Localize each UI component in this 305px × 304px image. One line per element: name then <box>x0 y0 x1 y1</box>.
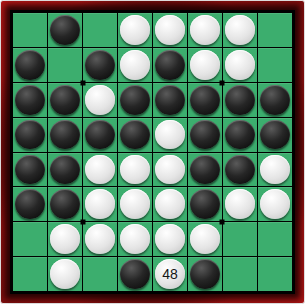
cell-a4[interactable] <box>13 118 47 152</box>
star-point-top-left <box>80 80 85 85</box>
black-disc <box>260 120 290 150</box>
cell-d7[interactable] <box>118 222 152 256</box>
white-disc <box>85 155 115 185</box>
cell-b4[interactable] <box>48 118 82 152</box>
cell-d1[interactable] <box>118 13 152 47</box>
cell-g2[interactable] <box>223 48 257 82</box>
cell-d5[interactable] <box>118 153 152 187</box>
white-disc <box>50 224 80 254</box>
cell-d8[interactable] <box>118 257 152 291</box>
white-disc <box>50 259 80 289</box>
cell-h3[interactable] <box>258 83 292 117</box>
white-disc <box>120 155 150 185</box>
cell-a3[interactable] <box>13 83 47 117</box>
board: 48 <box>10 10 295 294</box>
black-disc <box>190 259 220 289</box>
cell-c5[interactable] <box>83 153 117 187</box>
cell-f8[interactable] <box>188 257 222 291</box>
white-disc <box>225 15 255 45</box>
black-disc <box>120 85 150 115</box>
cell-h5[interactable] <box>258 153 292 187</box>
cell-g8[interactable] <box>223 257 257 291</box>
cell-g1[interactable] <box>223 13 257 47</box>
cell-a8[interactable] <box>13 257 47 291</box>
white-disc <box>260 155 290 185</box>
black-disc <box>260 85 290 115</box>
cell-a1[interactable] <box>13 13 47 47</box>
white-disc <box>190 224 220 254</box>
cell-c1[interactable] <box>83 13 117 47</box>
cell-g7[interactable] <box>223 222 257 256</box>
black-disc <box>225 85 255 115</box>
cell-g4[interactable] <box>223 118 257 152</box>
black-disc <box>190 85 220 115</box>
cell-b1[interactable] <box>48 13 82 47</box>
last-move-disc: 48 <box>155 259 185 289</box>
cell-b7[interactable] <box>48 222 82 256</box>
cell-h4[interactable] <box>258 118 292 152</box>
white-disc <box>190 50 220 80</box>
cell-a5[interactable] <box>13 153 47 187</box>
black-disc <box>190 189 220 219</box>
black-disc <box>50 189 80 219</box>
black-disc <box>155 85 185 115</box>
cell-h1[interactable] <box>258 13 292 47</box>
black-disc <box>120 259 150 289</box>
cell-d3[interactable] <box>118 83 152 117</box>
cell-c3[interactable] <box>83 83 117 117</box>
black-disc <box>15 120 45 150</box>
board-frame: 48 <box>0 0 305 304</box>
cell-h7[interactable] <box>258 222 292 256</box>
black-disc <box>15 189 45 219</box>
cell-e5[interactable] <box>153 153 187 187</box>
cell-f4[interactable] <box>188 118 222 152</box>
cell-e2[interactable] <box>153 48 187 82</box>
cell-c2[interactable] <box>83 48 117 82</box>
cell-e4[interactable] <box>153 118 187 152</box>
cell-d6[interactable] <box>118 187 152 221</box>
black-disc <box>155 50 185 80</box>
white-disc <box>85 224 115 254</box>
black-disc <box>50 120 80 150</box>
cell-g6[interactable] <box>223 187 257 221</box>
white-disc <box>260 189 290 219</box>
black-disc <box>190 120 220 150</box>
black-disc <box>50 15 80 45</box>
black-disc <box>120 120 150 150</box>
white-disc <box>120 15 150 45</box>
cell-h8[interactable] <box>258 257 292 291</box>
star-point-bottom-left <box>80 219 85 224</box>
cell-f2[interactable] <box>188 48 222 82</box>
cell-b2[interactable] <box>48 48 82 82</box>
cell-f7[interactable] <box>188 222 222 256</box>
cell-h6[interactable] <box>258 187 292 221</box>
white-disc <box>155 189 185 219</box>
black-disc <box>85 50 115 80</box>
cell-f6[interactable] <box>188 187 222 221</box>
cell-c6[interactable] <box>83 187 117 221</box>
cell-g3[interactable] <box>223 83 257 117</box>
star-point-top-right <box>220 80 225 85</box>
cell-e6[interactable] <box>153 187 187 221</box>
cell-a2[interactable] <box>13 48 47 82</box>
cell-f3[interactable] <box>188 83 222 117</box>
cell-b3[interactable] <box>48 83 82 117</box>
cell-h2[interactable] <box>258 48 292 82</box>
cell-c8[interactable] <box>83 257 117 291</box>
cell-c7[interactable] <box>83 222 117 256</box>
white-disc <box>85 189 115 219</box>
cell-e8[interactable]: 48 <box>153 257 187 291</box>
white-disc <box>190 15 220 45</box>
cell-g5[interactable] <box>223 153 257 187</box>
cell-d2[interactable] <box>118 48 152 82</box>
black-disc <box>50 85 80 115</box>
cell-b6[interactable] <box>48 187 82 221</box>
black-disc <box>85 120 115 150</box>
white-disc <box>120 224 150 254</box>
cell-f1[interactable] <box>188 13 222 47</box>
black-disc <box>15 50 45 80</box>
black-disc <box>225 155 255 185</box>
cell-a7[interactable] <box>13 222 47 256</box>
black-disc <box>15 85 45 115</box>
cell-b8[interactable] <box>48 257 82 291</box>
white-disc <box>155 15 185 45</box>
cell-e3[interactable] <box>153 83 187 117</box>
white-disc <box>155 155 185 185</box>
cell-e1[interactable] <box>153 13 187 47</box>
last-move-number: 48 <box>162 267 178 281</box>
white-disc <box>225 50 255 80</box>
cell-e7[interactable] <box>153 222 187 256</box>
cell-c4[interactable] <box>83 118 117 152</box>
white-disc <box>225 189 255 219</box>
black-disc <box>15 155 45 185</box>
cell-a6[interactable] <box>13 187 47 221</box>
white-disc <box>155 120 185 150</box>
black-disc <box>190 155 220 185</box>
cell-d4[interactable] <box>118 118 152 152</box>
black-disc <box>225 120 255 150</box>
white-disc <box>155 224 185 254</box>
white-disc <box>85 85 115 115</box>
star-point-bottom-right <box>220 219 225 224</box>
white-disc <box>120 189 150 219</box>
cell-f5[interactable] <box>188 153 222 187</box>
cell-b5[interactable] <box>48 153 82 187</box>
black-disc <box>50 155 80 185</box>
white-disc <box>120 50 150 80</box>
